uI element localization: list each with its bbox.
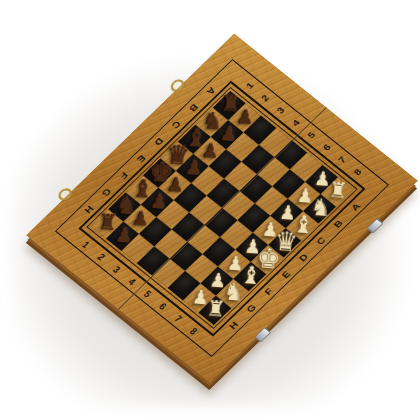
dark-pawn: ♟ <box>202 140 221 161</box>
dark-pawn: ♟ <box>236 106 255 127</box>
dark-pawn: ♟ <box>114 225 133 246</box>
dark-pawn: ♟ <box>132 208 151 229</box>
coordinate-label-5: 5 <box>298 122 325 147</box>
product-photo-scene: 12345678 12345678 ABCDEFGH ABCDEFGH ♜♟♟♜… <box>0 0 420 420</box>
coordinate-label-8: 8 <box>181 319 208 342</box>
coordinate-label-6: 6 <box>150 294 177 317</box>
dark-pawn: ♟ <box>167 174 186 195</box>
light-rook: ♜ <box>206 298 226 321</box>
coordinate-label-3: 3 <box>267 98 294 123</box>
coordinate-label-6: 6 <box>313 135 340 160</box>
dark-pawn: ♟ <box>184 157 203 178</box>
coordinate-label-2: 2 <box>252 85 279 110</box>
dark-pawn: ♟ <box>219 123 238 144</box>
coordinate-label-7: 7 <box>165 307 192 330</box>
coordinate-label-7: 7 <box>329 147 356 172</box>
coordinate-label-4: 4 <box>282 110 309 135</box>
coordinate-label-2: 2 <box>88 245 115 268</box>
dark-pawn: ♟ <box>149 191 168 212</box>
coordinate-label-1: 1 <box>73 233 100 256</box>
coordinate-label-4: 4 <box>119 270 146 293</box>
coordinate-label-3: 3 <box>104 257 131 280</box>
